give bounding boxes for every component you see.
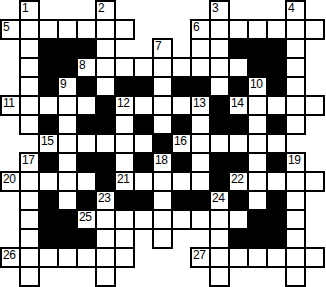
- black-cell: [266, 190, 287, 211]
- white-cell[interactable]: 26: [0, 247, 21, 268]
- black-cell: [38, 114, 59, 135]
- white-cell[interactable]: [304, 19, 325, 40]
- black-cell: [171, 190, 192, 211]
- white-cell[interactable]: 23: [95, 190, 116, 211]
- black-cell: [76, 190, 97, 211]
- clue-number: 19: [288, 154, 300, 166]
- white-cell[interactable]: [19, 171, 40, 192]
- black-cell: [228, 76, 249, 97]
- white-cell[interactable]: [152, 76, 173, 97]
- black-cell: [133, 76, 154, 97]
- white-cell[interactable]: [266, 133, 287, 154]
- white-cell[interactable]: [190, 152, 211, 173]
- white-cell[interactable]: [152, 228, 173, 249]
- clue-number: 4: [288, 2, 294, 14]
- black-cell: [266, 152, 287, 173]
- white-cell[interactable]: [285, 209, 306, 230]
- white-cell[interactable]: [304, 247, 325, 268]
- white-cell[interactable]: [57, 114, 78, 135]
- white-cell[interactable]: [95, 57, 116, 78]
- clue-number: 25: [79, 211, 91, 223]
- black-cell: [38, 57, 59, 78]
- black-cell: [57, 57, 78, 78]
- black-cell: [76, 38, 97, 59]
- white-cell[interactable]: [228, 133, 249, 154]
- white-cell[interactable]: [266, 95, 287, 116]
- white-cell[interactable]: [95, 76, 116, 97]
- white-cell[interactable]: [152, 57, 173, 78]
- black-cell: [171, 152, 192, 173]
- black-cell: [247, 38, 268, 59]
- clue-number: 2: [98, 2, 104, 14]
- black-cell: [133, 114, 154, 135]
- white-cell[interactable]: [114, 228, 135, 249]
- white-cell[interactable]: [19, 228, 40, 249]
- clue-number: 18: [155, 154, 167, 166]
- white-cell[interactable]: [19, 209, 40, 230]
- white-cell[interactable]: [209, 57, 230, 78]
- clue-number: 24: [212, 192, 224, 204]
- black-cell: [228, 190, 249, 211]
- white-cell[interactable]: [76, 133, 97, 154]
- black-cell: [114, 190, 135, 211]
- white-cell[interactable]: [247, 19, 268, 40]
- clue-number: 10: [250, 78, 262, 90]
- white-cell[interactable]: 11: [0, 95, 21, 116]
- white-cell[interactable]: 5: [0, 19, 21, 40]
- white-cell[interactable]: [19, 76, 40, 97]
- white-cell[interactable]: [19, 19, 40, 40]
- white-cell[interactable]: [76, 247, 97, 268]
- white-cell[interactable]: [152, 171, 173, 192]
- clue-number: 22: [231, 173, 243, 185]
- white-cell[interactable]: [38, 19, 59, 40]
- white-cell[interactable]: 27: [190, 247, 211, 268]
- black-cell: [228, 228, 249, 249]
- white-cell[interactable]: 1: [19, 0, 40, 21]
- white-cell[interactable]: [114, 209, 135, 230]
- black-cell: [152, 133, 173, 154]
- white-cell[interactable]: [57, 152, 78, 173]
- white-cell[interactable]: [114, 133, 135, 154]
- clue-number: 11: [3, 97, 14, 109]
- clue-number: 6: [193, 21, 199, 33]
- white-cell[interactable]: [57, 133, 78, 154]
- white-cell[interactable]: 25: [76, 209, 97, 230]
- white-cell[interactable]: [190, 114, 211, 135]
- white-cell[interactable]: [209, 76, 230, 97]
- black-cell: [266, 209, 287, 230]
- black-cell: [38, 38, 59, 59]
- black-cell: [171, 114, 192, 135]
- white-cell[interactable]: 18: [152, 152, 173, 173]
- white-cell[interactable]: [247, 114, 268, 135]
- white-cell[interactable]: 2: [95, 0, 116, 21]
- black-cell: [57, 209, 78, 230]
- black-cell: [247, 57, 268, 78]
- black-cell: [57, 38, 78, 59]
- clue-number: 9: [60, 78, 66, 90]
- white-cell[interactable]: [247, 247, 268, 268]
- white-cell[interactable]: [209, 38, 230, 59]
- clue-number: 20: [3, 173, 15, 185]
- white-cell[interactable]: [76, 95, 97, 116]
- white-cell[interactable]: [209, 133, 230, 154]
- crossword-grid: 1234567891011121314151617181920212223242…: [0, 0, 326, 287]
- white-cell[interactable]: [209, 209, 230, 230]
- white-cell[interactable]: [57, 95, 78, 116]
- white-cell[interactable]: [133, 133, 154, 154]
- white-cell[interactable]: 14: [228, 95, 249, 116]
- white-cell[interactable]: [114, 247, 135, 268]
- white-cell[interactable]: [171, 95, 192, 116]
- black-cell: [38, 209, 59, 230]
- white-cell[interactable]: 8: [76, 57, 97, 78]
- white-cell[interactable]: [285, 190, 306, 211]
- white-cell[interactable]: [133, 171, 154, 192]
- black-cell: [95, 152, 116, 173]
- black-cell: [133, 152, 154, 173]
- black-cell: [209, 152, 230, 173]
- white-cell[interactable]: [247, 190, 268, 211]
- black-cell: [228, 38, 249, 59]
- white-cell[interactable]: [285, 38, 306, 59]
- white-cell[interactable]: [266, 247, 287, 268]
- white-cell[interactable]: [19, 114, 40, 135]
- black-cell: [76, 228, 97, 249]
- black-cell: [95, 171, 116, 192]
- white-cell[interactable]: [304, 171, 325, 192]
- white-cell[interactable]: [38, 247, 59, 268]
- white-cell[interactable]: 7: [152, 38, 173, 59]
- clue-number: 3: [212, 2, 218, 14]
- white-cell[interactable]: [228, 57, 249, 78]
- clue-number: 16: [174, 135, 186, 147]
- black-cell: [247, 209, 268, 230]
- white-cell[interactable]: [285, 57, 306, 78]
- white-cell[interactable]: [76, 19, 97, 40]
- white-cell[interactable]: [285, 114, 306, 135]
- clue-number: 5: [3, 21, 9, 33]
- black-cell: [190, 190, 211, 211]
- white-cell[interactable]: 15: [38, 133, 59, 154]
- white-cell[interactable]: [247, 95, 268, 116]
- white-cell[interactable]: 10: [247, 76, 268, 97]
- white-cell[interactable]: [266, 171, 287, 192]
- white-cell[interactable]: 16: [171, 133, 192, 154]
- white-cell[interactable]: [95, 247, 116, 268]
- black-cell: [266, 228, 287, 249]
- black-cell: [247, 228, 268, 249]
- black-cell: [228, 114, 249, 135]
- white-cell[interactable]: [152, 114, 173, 135]
- white-cell[interactable]: [247, 133, 268, 154]
- black-cell: [266, 57, 287, 78]
- white-cell[interactable]: [209, 247, 230, 268]
- black-cell: [266, 76, 287, 97]
- white-cell[interactable]: [266, 19, 287, 40]
- white-cell[interactable]: [285, 171, 306, 192]
- white-cell[interactable]: [133, 95, 154, 116]
- white-cell[interactable]: [285, 95, 306, 116]
- black-cell: [190, 76, 211, 97]
- white-cell[interactable]: [152, 209, 173, 230]
- black-cell: [38, 190, 59, 211]
- white-cell[interactable]: [171, 57, 192, 78]
- white-cell[interactable]: [19, 57, 40, 78]
- white-cell[interactable]: [57, 19, 78, 40]
- black-cell: [76, 114, 97, 135]
- white-cell[interactable]: [57, 247, 78, 268]
- white-cell[interactable]: [209, 228, 230, 249]
- white-cell[interactable]: [76, 171, 97, 192]
- black-cell: [38, 76, 59, 97]
- black-cell: [266, 114, 287, 135]
- white-cell[interactable]: 19: [285, 152, 306, 173]
- white-cell[interactable]: 24: [209, 190, 230, 211]
- white-cell[interactable]: [304, 95, 325, 116]
- white-cell[interactable]: [19, 38, 40, 59]
- white-cell[interactable]: [190, 133, 211, 154]
- black-cell: [95, 114, 116, 135]
- white-cell[interactable]: [114, 57, 135, 78]
- black-cell: [95, 95, 116, 116]
- white-cell[interactable]: [228, 247, 249, 268]
- white-cell[interactable]: [114, 114, 135, 135]
- clue-number: 15: [41, 135, 53, 147]
- white-cell[interactable]: [152, 95, 173, 116]
- white-cell[interactable]: [209, 19, 230, 40]
- white-cell[interactable]: [38, 95, 59, 116]
- white-cell[interactable]: 3: [209, 0, 230, 21]
- white-cell[interactable]: [190, 57, 211, 78]
- white-cell[interactable]: 22: [228, 171, 249, 192]
- white-cell[interactable]: [285, 228, 306, 249]
- white-cell[interactable]: [95, 19, 116, 40]
- white-cell[interactable]: [171, 209, 192, 230]
- white-cell[interactable]: [247, 171, 268, 192]
- black-cell: [76, 76, 97, 97]
- white-cell[interactable]: [190, 171, 211, 192]
- clue-number: 8: [79, 59, 85, 71]
- black-cell: [228, 152, 249, 173]
- white-cell[interactable]: [57, 190, 78, 211]
- white-cell[interactable]: 20: [0, 171, 21, 192]
- white-cell[interactable]: [95, 228, 116, 249]
- white-cell[interactable]: [19, 247, 40, 268]
- white-cell[interactable]: [133, 209, 154, 230]
- white-cell[interactable]: [114, 152, 135, 173]
- clue-number: 14: [231, 97, 243, 109]
- white-cell[interactable]: [133, 57, 154, 78]
- black-cell: [133, 190, 154, 211]
- white-cell[interactable]: [19, 95, 40, 116]
- white-cell[interactable]: [19, 266, 40, 287]
- white-cell[interactable]: [285, 76, 306, 97]
- white-cell[interactable]: 21: [114, 171, 135, 192]
- white-cell[interactable]: 17: [19, 152, 40, 173]
- white-cell[interactable]: [95, 209, 116, 230]
- white-cell[interactable]: [19, 190, 40, 211]
- white-cell[interactable]: [190, 38, 211, 59]
- white-cell[interactable]: [209, 266, 230, 287]
- black-cell: [209, 171, 230, 192]
- clue-number: 17: [22, 154, 34, 166]
- white-cell[interactable]: 9: [57, 76, 78, 97]
- white-cell[interactable]: [285, 247, 306, 268]
- black-cell: [209, 114, 230, 135]
- black-cell: [38, 152, 59, 173]
- white-cell[interactable]: 12: [114, 95, 135, 116]
- white-cell[interactable]: [171, 171, 192, 192]
- white-cell[interactable]: [285, 266, 306, 287]
- clue-number: 13: [193, 97, 205, 109]
- white-cell[interactable]: 6: [190, 19, 211, 40]
- white-cell[interactable]: [228, 19, 249, 40]
- clue-number: 21: [117, 173, 129, 185]
- clue-number: 23: [98, 192, 110, 204]
- black-cell: [266, 38, 287, 59]
- clue-number: 7: [155, 40, 161, 52]
- black-cell: [171, 76, 192, 97]
- white-cell[interactable]: 4: [285, 0, 306, 21]
- black-cell: [57, 228, 78, 249]
- white-cell[interactable]: [95, 266, 116, 287]
- white-cell[interactable]: [114, 19, 135, 40]
- black-cell: [209, 95, 230, 116]
- black-cell: [114, 76, 135, 97]
- white-cell[interactable]: [57, 171, 78, 192]
- white-cell[interactable]: 13: [190, 95, 211, 116]
- clue-number: 12: [117, 97, 129, 109]
- white-cell[interactable]: [95, 133, 116, 154]
- white-cell[interactable]: [190, 209, 211, 230]
- clue-number: 26: [3, 249, 15, 261]
- white-cell[interactable]: [285, 19, 306, 40]
- clue-number: 27: [193, 249, 205, 261]
- white-cell[interactable]: [95, 38, 116, 59]
- white-cell[interactable]: [38, 171, 59, 192]
- white-cell[interactable]: [247, 152, 268, 173]
- white-cell[interactable]: [228, 209, 249, 230]
- black-cell: [76, 152, 97, 173]
- white-cell[interactable]: [152, 190, 173, 211]
- clue-number: 1: [22, 2, 28, 14]
- black-cell: [38, 228, 59, 249]
